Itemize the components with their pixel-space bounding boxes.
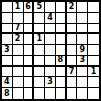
cell-r5c7[interactable] [67,45,78,56]
cell-r2c7[interactable] [67,13,78,24]
cell-r6c1[interactable] [2,56,13,67]
cell-r2c5[interactable]: 4 [45,13,56,24]
cell-r8c7[interactable] [67,77,78,88]
cell-r2c2[interactable] [13,13,24,24]
cell-r9c3[interactable] [24,88,35,99]
cell-r9c7[interactable] [67,88,78,99]
cell-r6c4[interactable] [34,56,45,67]
cell-r5c6[interactable] [56,45,67,56]
cell-r8c6[interactable] [56,77,67,88]
cell-r2c1[interactable] [2,13,13,24]
cell-r7c7[interactable]: 7 [67,67,78,78]
cell-r1c7[interactable]: 2 [67,2,78,13]
cell-r7c8[interactable] [77,67,88,78]
cell-r2c6[interactable] [56,13,67,24]
cell-r4c8[interactable] [77,34,88,45]
cell-r7c3[interactable] [24,67,35,78]
cell-r5c2[interactable] [13,45,24,56]
cell-r9c6[interactable] [56,88,67,99]
sudoku-board: 16524721398371438 [0,0,101,101]
cell-r3c7[interactable] [67,24,78,35]
cell-r4c6[interactable] [56,34,67,45]
cell-r5c4[interactable] [34,45,45,56]
cell-r1c2[interactable]: 1 [13,2,24,13]
cell-r3c9[interactable] [88,24,99,35]
cell-r7c1[interactable] [2,67,13,78]
cell-r8c3[interactable] [24,77,35,88]
cell-r8c5[interactable]: 3 [45,77,56,88]
cell-r3c6[interactable] [56,24,67,35]
cell-r3c5[interactable] [45,24,56,35]
cell-r2c9[interactable] [88,13,99,24]
cell-r3c1[interactable] [2,24,13,35]
cell-r3c4[interactable] [34,24,45,35]
cell-r1c3[interactable]: 6 [24,2,35,13]
cell-r4c1[interactable] [2,34,13,45]
cell-r3c3[interactable] [24,24,35,35]
cell-r4c5[interactable] [45,34,56,45]
cell-r8c2[interactable] [13,77,24,88]
cell-r6c7[interactable] [67,56,78,67]
cell-r2c8[interactable] [77,13,88,24]
cell-r9c4[interactable] [34,88,45,99]
cell-r9c5[interactable] [45,88,56,99]
cell-r2c3[interactable] [24,13,35,24]
cell-r7c5[interactable] [45,67,56,78]
cell-r9c9[interactable] [88,88,99,99]
cell-r1c4[interactable]: 5 [34,2,45,13]
cell-r5c1[interactable]: 3 [2,45,13,56]
cell-r3c8[interactable] [77,24,88,35]
cell-r6c8[interactable]: 3 [77,56,88,67]
cell-r6c5[interactable] [45,56,56,67]
cell-r1c5[interactable] [45,2,56,13]
cell-r9c1[interactable]: 8 [2,88,13,99]
cell-r4c3[interactable] [24,34,35,45]
cell-r8c8[interactable] [77,77,88,88]
cell-r5c5[interactable] [45,45,56,56]
cell-r9c8[interactable] [77,88,88,99]
cell-r8c4[interactable] [34,77,45,88]
cell-r4c4[interactable]: 1 [34,34,45,45]
cell-r6c9[interactable] [88,56,99,67]
cell-r6c3[interactable] [24,56,35,67]
cell-r2c4[interactable] [34,13,45,24]
cell-r1c1[interactable] [2,2,13,13]
cell-r7c2[interactable] [13,67,24,78]
cell-r4c7[interactable] [67,34,78,45]
cell-r1c8[interactable] [77,2,88,13]
cell-r7c4[interactable] [34,67,45,78]
cell-r5c9[interactable] [88,45,99,56]
cell-r5c8[interactable]: 9 [77,45,88,56]
cell-r4c2[interactable]: 2 [13,34,24,45]
cell-r7c9[interactable]: 1 [88,67,99,78]
cell-r3c2[interactable]: 7 [13,24,24,35]
cell-r7c6[interactable] [56,67,67,78]
cell-r4c9[interactable] [88,34,99,45]
cell-r6c6[interactable]: 8 [56,56,67,67]
cell-r5c3[interactable] [24,45,35,56]
cell-r1c9[interactable] [88,2,99,13]
cell-r6c2[interactable] [13,56,24,67]
cell-r8c1[interactable]: 4 [2,77,13,88]
cell-r9c2[interactable] [13,88,24,99]
cell-r1c6[interactable] [56,2,67,13]
cell-r8c9[interactable] [88,77,99,88]
